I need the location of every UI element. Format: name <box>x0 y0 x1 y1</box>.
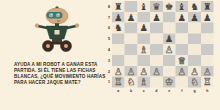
piece-bP: ♟ <box>139 23 148 34</box>
piece-wP: ♙ <box>178 66 187 77</box>
square-g3[interactable] <box>188 55 201 66</box>
square-g6[interactable] <box>188 23 201 34</box>
robot-illustration <box>32 6 82 52</box>
chessboard: 8♜♝♛♚♝♞♜7♟♟♟♟♟♟6♞♟5♟4♗♙3♕2♙♙♙♙♙♙♙1♖♘♗♔♘♖… <box>105 1 214 95</box>
square-e4[interactable]: ♙ <box>163 44 176 55</box>
square-d5[interactable] <box>150 33 163 44</box>
piece-bN: ♞ <box>190 1 199 12</box>
piece-wN: ♘ <box>190 77 199 88</box>
square-c8[interactable]: ♝ <box>137 1 150 12</box>
square-d6[interactable] <box>150 23 163 34</box>
robot-head <box>46 8 68 24</box>
piece-bB: ♝ <box>139 1 148 12</box>
square-a8[interactable]: ♜ <box>112 1 125 12</box>
piece-wP: ♙ <box>203 66 212 77</box>
square-a3[interactable] <box>112 55 125 66</box>
square-c7[interactable] <box>137 12 150 23</box>
square-e6[interactable] <box>163 23 176 34</box>
piece-wB: ♗ <box>139 77 148 88</box>
piece-wQ: ♕ <box>178 55 187 66</box>
square-g1[interactable]: ♘ <box>188 77 201 88</box>
square-h6[interactable] <box>201 23 214 34</box>
square-c5[interactable] <box>137 33 150 44</box>
square-a1[interactable]: ♖ <box>112 77 125 88</box>
square-c6[interactable]: ♟ <box>137 23 150 34</box>
square-b4[interactable] <box>125 44 138 55</box>
piece-wR: ♖ <box>203 77 212 88</box>
canvas: AYUDA A MI ROBOT A GANAR ESTA PARTIDA. S… <box>0 0 220 110</box>
file-label-a: a <box>112 87 125 95</box>
square-b6[interactable] <box>125 23 138 34</box>
piece-bP: ♟ <box>203 12 212 23</box>
square-b5[interactable] <box>125 33 138 44</box>
robot-wheels <box>43 41 72 52</box>
square-h1[interactable]: ♖ <box>201 77 214 88</box>
square-a4[interactable] <box>112 44 125 55</box>
piece-wP: ♙ <box>139 66 148 77</box>
rank-label-5: 5 <box>105 33 112 44</box>
square-h4[interactable] <box>201 44 214 55</box>
square-f3[interactable]: ♕ <box>175 55 188 66</box>
square-a7[interactable]: ♟ <box>112 12 125 23</box>
piece-wB: ♗ <box>139 44 148 55</box>
square-b1[interactable]: ♘ <box>125 77 138 88</box>
question-text: AYUDA A MI ROBOT A GANAR ESTA PARTIDA. S… <box>14 62 114 85</box>
piece-wP: ♙ <box>165 44 174 55</box>
square-h8[interactable]: ♜ <box>201 1 214 12</box>
piece-wP: ♙ <box>114 66 123 77</box>
square-d7[interactable]: ♟ <box>150 12 163 23</box>
square-e7[interactable] <box>163 12 176 23</box>
square-g7[interactable]: ♟ <box>188 12 201 23</box>
board-corner <box>105 87 112 95</box>
rank-label-8: 8 <box>105 1 112 12</box>
square-g8[interactable]: ♞ <box>188 1 201 12</box>
piece-wN: ♘ <box>127 77 136 88</box>
file-label-c: c <box>137 87 150 95</box>
square-d1[interactable] <box>150 77 163 88</box>
square-c1[interactable]: ♗ <box>137 77 150 88</box>
rank-label-6: 6 <box>105 23 112 34</box>
file-label-e: e <box>163 87 176 95</box>
file-label-f: f <box>175 87 188 95</box>
square-h7[interactable]: ♟ <box>201 12 214 23</box>
piece-bP: ♟ <box>152 12 161 23</box>
file-label-b: b <box>125 87 138 95</box>
piece-bP: ♟ <box>114 12 123 23</box>
square-f1[interactable] <box>175 77 188 88</box>
piece-bQ: ♛ <box>152 1 161 12</box>
piece-bP: ♟ <box>127 12 136 23</box>
rank-label-3: 3 <box>105 55 112 66</box>
piece-bP: ♟ <box>165 33 174 44</box>
square-e8[interactable]: ♚ <box>163 1 176 12</box>
square-g2[interactable]: ♙ <box>188 66 201 77</box>
rank-label-2: 2 <box>105 66 112 77</box>
square-a2[interactable]: ♙ <box>112 66 125 77</box>
square-e1[interactable]: ♔ <box>163 77 176 88</box>
rank-label-7: 7 <box>105 12 112 23</box>
piece-wP: ♙ <box>152 66 161 77</box>
piece-bN: ♞ <box>114 23 123 34</box>
worksheet: AYUDA A MI ROBOT A GANAR ESTA PARTIDA. S… <box>0 0 220 110</box>
square-g4[interactable] <box>188 44 201 55</box>
square-b8[interactable] <box>125 1 138 12</box>
robot-body <box>35 23 79 42</box>
rank-label-1: 1 <box>105 77 112 88</box>
rank-label-4: 4 <box>105 44 112 55</box>
piece-wK: ♔ <box>165 77 174 88</box>
square-f2[interactable]: ♙ <box>175 66 188 77</box>
square-d2[interactable]: ♙ <box>150 66 163 77</box>
square-g5[interactable] <box>188 33 201 44</box>
square-f8[interactable]: ♝ <box>175 1 188 12</box>
file-label-g: g <box>188 87 201 95</box>
square-e5[interactable]: ♟ <box>163 33 176 44</box>
square-b3[interactable] <box>125 55 138 66</box>
piece-bB: ♝ <box>178 1 187 12</box>
question-line-4: PARA HACER JAQUE MATE? <box>14 79 114 85</box>
piece-bP: ♟ <box>190 12 199 23</box>
square-h3[interactable] <box>201 55 214 66</box>
piece-bR: ♜ <box>114 1 123 12</box>
piece-bK: ♚ <box>165 1 174 12</box>
square-d8[interactable]: ♛ <box>150 1 163 12</box>
piece-wR: ♖ <box>114 77 123 88</box>
square-h2[interactable]: ♙ <box>201 66 214 77</box>
square-h5[interactable] <box>201 33 214 44</box>
square-d3[interactable] <box>150 55 163 66</box>
square-a5[interactable] <box>112 33 125 44</box>
square-f4[interactable] <box>175 44 188 55</box>
square-f7[interactable]: ♟ <box>175 12 188 23</box>
file-label-h: h <box>201 87 214 95</box>
piece-wP: ♙ <box>127 66 136 77</box>
square-b2[interactable]: ♙ <box>125 66 138 77</box>
square-c2[interactable]: ♙ <box>137 66 150 77</box>
piece-wP: ♙ <box>190 66 199 77</box>
square-c3[interactable] <box>137 55 150 66</box>
square-a6[interactable]: ♞ <box>112 23 125 34</box>
piece-bP: ♟ <box>178 12 187 23</box>
square-f6[interactable] <box>175 23 188 34</box>
square-f5[interactable] <box>175 33 188 44</box>
square-d4[interactable] <box>150 44 163 55</box>
square-b7[interactable]: ♟ <box>125 12 138 23</box>
square-e2[interactable] <box>163 66 176 77</box>
piece-bR: ♜ <box>203 1 212 12</box>
file-label-d: d <box>150 87 163 95</box>
square-e3[interactable] <box>163 55 176 66</box>
square-c4[interactable]: ♗ <box>137 44 150 55</box>
chessboard-area: 8♜♝♛♚♝♞♜7♟♟♟♟♟♟6♞♟5♟4♗♙3♕2♙♙♙♙♙♙♙1♖♘♗♔♘♖… <box>105 1 214 95</box>
